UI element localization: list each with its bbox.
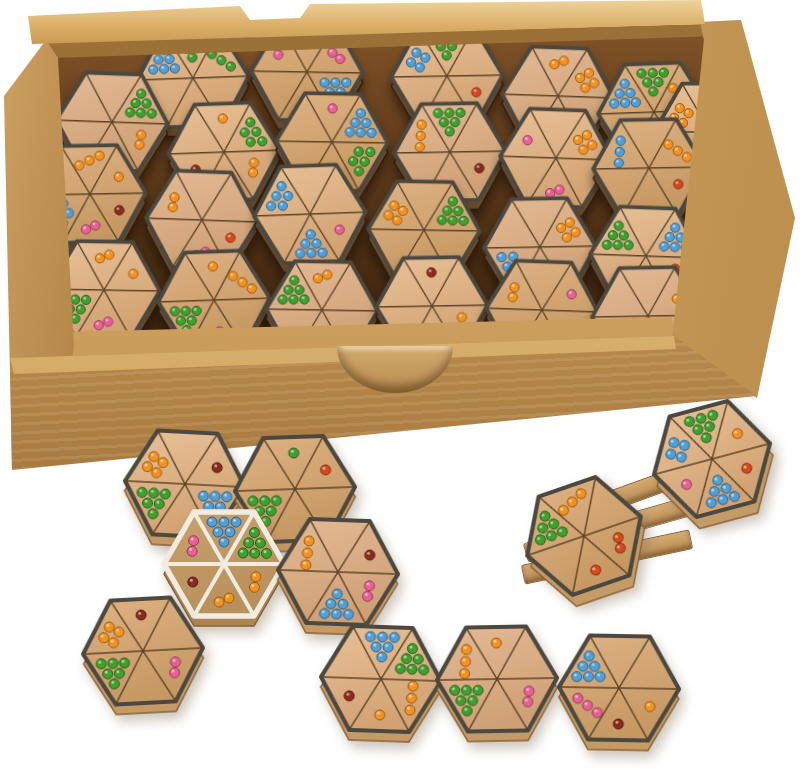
pip-highlight: [189, 548, 192, 551]
pip-highlight: [226, 595, 229, 598]
pip: [401, 654, 411, 664]
pip: [102, 669, 113, 680]
hex-tile[interactable]: [543, 612, 696, 765]
pip: [225, 527, 235, 537]
pip: [302, 548, 312, 558]
pip: [249, 582, 259, 592]
pip: [189, 536, 199, 546]
pip: [365, 550, 375, 560]
scene: [0, 0, 800, 770]
pip: [249, 528, 259, 538]
pip: [108, 637, 119, 648]
pip: [583, 672, 593, 682]
pip: [405, 705, 415, 715]
pip: [151, 467, 162, 478]
pip: [158, 457, 169, 468]
pip: [460, 668, 470, 678]
pip: [592, 708, 602, 718]
pip: [460, 656, 470, 666]
pip: [377, 652, 387, 662]
pip: [595, 672, 605, 682]
pip: [119, 658, 130, 669]
pip: [301, 560, 311, 570]
pip: [491, 638, 501, 648]
pip: [142, 461, 153, 472]
pip: [573, 693, 583, 703]
pip: [169, 667, 180, 678]
pip: [108, 658, 119, 669]
pip: [231, 517, 241, 527]
pip: [462, 706, 472, 716]
pip: [408, 681, 418, 691]
hex-tile[interactable]: [64, 572, 222, 730]
pip-highlight: [246, 540, 249, 543]
pip: [383, 642, 393, 652]
pip-highlight: [227, 529, 230, 532]
pip: [289, 448, 299, 458]
pip: [524, 686, 534, 696]
pip-highlight: [258, 540, 261, 543]
pip: [613, 719, 623, 729]
pip-highlight: [252, 550, 255, 553]
pip: [244, 538, 254, 548]
pip: [109, 679, 120, 690]
pip: [219, 537, 229, 547]
pip: [114, 627, 125, 638]
pip: [582, 700, 592, 710]
pip: [136, 610, 147, 621]
pip: [584, 651, 594, 661]
pip: [149, 451, 160, 462]
pip: [137, 487, 148, 498]
pip: [213, 527, 223, 537]
pip: [461, 685, 471, 695]
pip: [344, 691, 354, 701]
pip-highlight: [209, 519, 212, 522]
pip: [238, 548, 248, 558]
pip: [456, 696, 466, 706]
pip: [362, 591, 372, 601]
pip: [407, 664, 417, 674]
pip: [395, 664, 405, 674]
pip: [578, 661, 588, 671]
pip: [219, 517, 229, 527]
pip: [407, 644, 417, 654]
pip: [364, 581, 374, 591]
pip: [572, 672, 582, 682]
pip: [114, 668, 125, 679]
pip: [590, 661, 600, 671]
pip-highlight: [191, 538, 194, 541]
pip: [187, 546, 197, 556]
pip: [250, 548, 260, 558]
pip-highlight: [252, 529, 255, 532]
pip: [251, 572, 261, 582]
pip: [332, 589, 342, 599]
pip: [320, 465, 330, 475]
pip-highlight: [233, 519, 236, 522]
pip: [645, 701, 655, 711]
played-tile-layer: [0, 0, 800, 770]
pip-highlight: [221, 519, 224, 522]
pip: [170, 657, 181, 668]
pip: [304, 536, 314, 546]
pip: [224, 593, 234, 603]
pip: [365, 631, 375, 641]
pip: [473, 685, 483, 695]
pip-highlight: [221, 539, 224, 542]
pip-highlight: [252, 584, 255, 587]
pip: [377, 632, 387, 642]
pip: [375, 710, 385, 720]
pip: [389, 632, 399, 642]
pip: [207, 517, 217, 527]
pip: [461, 644, 471, 654]
pip: [371, 642, 381, 652]
pip: [468, 696, 478, 706]
pip: [406, 693, 416, 703]
pip: [104, 622, 115, 633]
pip-highlight: [216, 599, 219, 602]
pip: [523, 697, 533, 707]
pip-highlight: [240, 550, 243, 553]
pip: [98, 632, 109, 643]
pip-highlight: [253, 574, 256, 577]
pip-highlight: [215, 529, 218, 532]
pip: [450, 685, 460, 695]
pip: [96, 659, 107, 670]
